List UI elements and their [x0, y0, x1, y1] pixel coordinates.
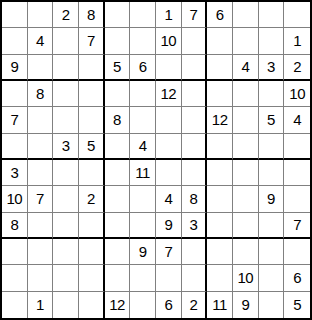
cell-r11c9[interactable] — [207, 265, 233, 291]
cell-r9c4[interactable] — [79, 213, 105, 239]
cell-r1c5[interactable] — [105, 2, 131, 28]
cell-r4c1[interactable] — [2, 81, 28, 107]
cell-r9c5[interactable] — [105, 213, 131, 239]
cell-r12c4[interactable] — [79, 292, 105, 318]
cell-r2c1[interactable] — [2, 28, 28, 54]
cell-r2c5[interactable] — [105, 28, 131, 54]
cell-r3c9[interactable] — [207, 55, 233, 81]
cell-r10c10[interactable] — [233, 239, 259, 265]
cell-r11c7[interactable] — [156, 265, 182, 291]
cell-r5c12[interactable]: 4 — [284, 107, 310, 133]
cell-r5c1[interactable]: 7 — [2, 107, 28, 133]
cell-r4c6[interactable] — [130, 81, 156, 107]
cell-r10c2[interactable] — [28, 239, 54, 265]
cell-r9c2[interactable] — [28, 213, 54, 239]
cell-r4c3[interactable] — [53, 81, 79, 107]
cell-r11c4[interactable] — [79, 265, 105, 291]
cell-r9c12[interactable]: 7 — [284, 213, 310, 239]
cell-r10c1[interactable] — [2, 239, 28, 265]
cell-r10c5[interactable] — [105, 239, 131, 265]
cell-r10c8[interactable] — [182, 239, 208, 265]
cell-r8c1[interactable]: 10 — [2, 186, 28, 212]
cell-r7c11[interactable] — [259, 160, 285, 186]
cell-r2c3[interactable] — [53, 28, 79, 54]
cell-r9c10[interactable] — [233, 213, 259, 239]
cell-r12c2[interactable]: 1 — [28, 292, 54, 318]
cell-r9c8[interactable]: 3 — [182, 213, 208, 239]
cell-r6c2[interactable] — [28, 134, 54, 160]
cell-r12c7[interactable]: 6 — [156, 292, 182, 318]
cell-r7c6[interactable]: 11 — [130, 160, 156, 186]
cell-r2c8[interactable] — [182, 28, 208, 54]
cell-r6c1[interactable] — [2, 134, 28, 160]
cell-r5c3[interactable] — [53, 107, 79, 133]
cell-r9c9[interactable] — [207, 213, 233, 239]
cell-r1c6[interactable] — [130, 2, 156, 28]
cell-r6c12[interactable] — [284, 134, 310, 160]
cell-r6c6[interactable]: 4 — [130, 134, 156, 160]
cell-r11c6[interactable] — [130, 265, 156, 291]
cell-r9c7[interactable]: 9 — [156, 213, 182, 239]
cell-r12c10[interactable]: 9 — [233, 292, 259, 318]
cell-r1c12[interactable] — [284, 2, 310, 28]
cell-r7c2[interactable] — [28, 160, 54, 186]
cell-r6c3[interactable]: 3 — [53, 134, 79, 160]
cell-r10c9[interactable] — [207, 239, 233, 265]
cell-r3c5[interactable]: 5 — [105, 55, 131, 81]
cell-r8c11[interactable]: 9 — [259, 186, 285, 212]
cell-r2c4[interactable]: 7 — [79, 28, 105, 54]
cell-r4c9[interactable] — [207, 81, 233, 107]
cell-r11c10[interactable]: 10 — [233, 265, 259, 291]
cell-r5c6[interactable] — [130, 107, 156, 133]
cell-r9c3[interactable] — [53, 213, 79, 239]
cell-r8c2[interactable]: 7 — [28, 186, 54, 212]
cell-r6c5[interactable] — [105, 134, 131, 160]
cell-r8c6[interactable] — [130, 186, 156, 212]
cell-r7c3[interactable] — [53, 160, 79, 186]
cell-r11c8[interactable] — [182, 265, 208, 291]
cell-r3c6[interactable]: 6 — [130, 55, 156, 81]
cell-r7c10[interactable] — [233, 160, 259, 186]
cell-r8c12[interactable] — [284, 186, 310, 212]
cell-r5c9[interactable]: 12 — [207, 107, 233, 133]
cell-r4c4[interactable] — [79, 81, 105, 107]
cell-r3c7[interactable] — [156, 55, 182, 81]
cell-r5c10[interactable] — [233, 107, 259, 133]
cell-r11c2[interactable] — [28, 265, 54, 291]
cell-r8c10[interactable] — [233, 186, 259, 212]
cell-r1c11[interactable] — [259, 2, 285, 28]
cell-r12c8[interactable]: 2 — [182, 292, 208, 318]
cell-r12c12[interactable]: 5 — [284, 292, 310, 318]
cell-r12c3[interactable] — [53, 292, 79, 318]
cell-r11c11[interactable] — [259, 265, 285, 291]
cell-r11c12[interactable]: 6 — [284, 265, 310, 291]
cell-r7c7[interactable] — [156, 160, 182, 186]
cell-r3c11[interactable]: 3 — [259, 55, 285, 81]
cell-r1c8[interactable]: 7 — [182, 2, 208, 28]
cell-r11c5[interactable] — [105, 265, 131, 291]
sudoku-puzzle: 2817647101956432812107812543543111072489… — [0, 0, 312, 320]
cell-r4c5[interactable] — [105, 81, 131, 107]
cell-r4c12[interactable]: 10 — [284, 81, 310, 107]
sudoku-board: 2817647101956432812107812543543111072489… — [0, 0, 312, 320]
cell-r8c3[interactable] — [53, 186, 79, 212]
cell-r3c1[interactable]: 9 — [2, 55, 28, 81]
cell-r7c5[interactable] — [105, 160, 131, 186]
cell-r2c11[interactable] — [259, 28, 285, 54]
cell-r2c7[interactable]: 10 — [156, 28, 182, 54]
cell-r10c4[interactable] — [79, 239, 105, 265]
cell-r11c1[interactable] — [2, 265, 28, 291]
cell-r5c8[interactable] — [182, 107, 208, 133]
cell-r9c11[interactable] — [259, 213, 285, 239]
cell-r1c1[interactable] — [2, 2, 28, 28]
cell-r12c9[interactable]: 11 — [207, 292, 233, 318]
cell-r7c8[interactable] — [182, 160, 208, 186]
cell-r8c5[interactable] — [105, 186, 131, 212]
cell-r2c9[interactable] — [207, 28, 233, 54]
cell-r6c11[interactable] — [259, 134, 285, 160]
cell-r10c7[interactable]: 7 — [156, 239, 182, 265]
cell-r5c7[interactable] — [156, 107, 182, 133]
cell-r6c7[interactable] — [156, 134, 182, 160]
cell-r10c3[interactable] — [53, 239, 79, 265]
cell-r9c6[interactable] — [130, 213, 156, 239]
cell-r8c9[interactable] — [207, 186, 233, 212]
cell-r12c6[interactable] — [130, 292, 156, 318]
cell-r4c2[interactable]: 8 — [28, 81, 54, 107]
cell-r2c6[interactable] — [130, 28, 156, 54]
cell-r7c12[interactable] — [284, 160, 310, 186]
cell-r3c10[interactable]: 4 — [233, 55, 259, 81]
cell-r3c4[interactable] — [79, 55, 105, 81]
cell-r7c1[interactable]: 3 — [2, 160, 28, 186]
cell-r3c3[interactable] — [53, 55, 79, 81]
cell-r11c3[interactable] — [53, 265, 79, 291]
cell-r1c3[interactable]: 2 — [53, 2, 79, 28]
cell-r5c2[interactable] — [28, 107, 54, 133]
cell-r8c8[interactable]: 8 — [182, 186, 208, 212]
cell-r2c12[interactable]: 1 — [284, 28, 310, 54]
cell-r4c11[interactable] — [259, 81, 285, 107]
cell-r1c10[interactable] — [233, 2, 259, 28]
cell-r5c5[interactable]: 8 — [105, 107, 131, 133]
cell-r6c8[interactable] — [182, 134, 208, 160]
cell-r3c2[interactable] — [28, 55, 54, 81]
cell-r12c1[interactable] — [2, 292, 28, 318]
cell-r10c6[interactable]: 9 — [130, 239, 156, 265]
cell-r1c7[interactable]: 1 — [156, 2, 182, 28]
cell-r12c5[interactable]: 12 — [105, 292, 131, 318]
cell-r6c4[interactable]: 5 — [79, 134, 105, 160]
cell-r4c7[interactable]: 12 — [156, 81, 182, 107]
cell-r4c10[interactable] — [233, 81, 259, 107]
cell-r3c8[interactable] — [182, 55, 208, 81]
cell-r7c9[interactable] — [207, 160, 233, 186]
cell-r3c12[interactable]: 2 — [284, 55, 310, 81]
cell-r8c7[interactable]: 4 — [156, 186, 182, 212]
cell-r1c2[interactable] — [28, 2, 54, 28]
cell-r5c4[interactable] — [79, 107, 105, 133]
cell-r6c10[interactable] — [233, 134, 259, 160]
cell-r9c1[interactable]: 8 — [2, 213, 28, 239]
cell-r6c9[interactable] — [207, 134, 233, 160]
cell-r1c4[interactable]: 8 — [79, 2, 105, 28]
cell-r7c4[interactable] — [79, 160, 105, 186]
cell-r10c12[interactable] — [284, 239, 310, 265]
cell-r5c11[interactable]: 5 — [259, 107, 285, 133]
cell-r2c2[interactable]: 4 — [28, 28, 54, 54]
cell-r8c4[interactable]: 2 — [79, 186, 105, 212]
cell-r1c9[interactable]: 6 — [207, 2, 233, 28]
cell-r4c8[interactable] — [182, 81, 208, 107]
cell-r10c11[interactable] — [259, 239, 285, 265]
cell-r12c11[interactable] — [259, 292, 285, 318]
cell-r2c10[interactable] — [233, 28, 259, 54]
